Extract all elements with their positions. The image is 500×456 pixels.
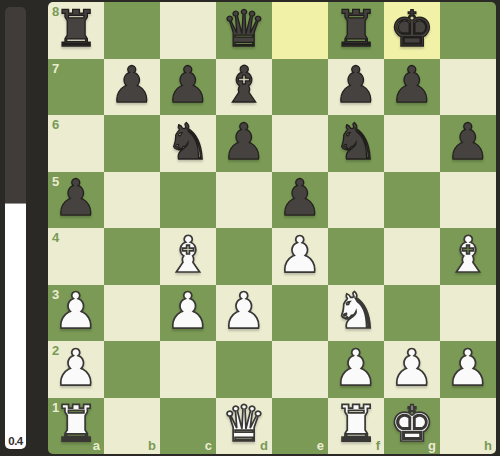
square-a4[interactable]: 4 <box>48 228 104 285</box>
square-a2[interactable]: 2♟ <box>48 341 104 398</box>
white-pawn[interactable]: ♟ <box>166 286 211 339</box>
rank-label-7: 7 <box>52 62 59 75</box>
square-g8[interactable]: ♚ <box>384 2 440 59</box>
square-b3[interactable] <box>104 285 160 342</box>
square-g1[interactable]: g♚ <box>384 398 440 455</box>
square-h7[interactable] <box>440 59 496 116</box>
square-a5[interactable]: 5♟ <box>48 172 104 229</box>
black-pawn[interactable]: ♟ <box>166 60 211 113</box>
evaluation-bar: 0.4 <box>5 7 26 449</box>
square-c1[interactable]: c <box>160 398 216 455</box>
white-pawn[interactable]: ♟ <box>54 286 99 339</box>
square-d6[interactable]: ♟ <box>216 115 272 172</box>
square-f6[interactable]: ♞ <box>328 115 384 172</box>
black-king[interactable]: ♚ <box>390 4 435 57</box>
square-b6[interactable] <box>104 115 160 172</box>
white-king[interactable]: ♚ <box>390 399 435 452</box>
square-h4[interactable]: ♝ <box>440 228 496 285</box>
square-h3[interactable] <box>440 285 496 342</box>
square-d3[interactable]: ♟ <box>216 285 272 342</box>
square-b7[interactable]: ♟ <box>104 59 160 116</box>
square-d7[interactable]: ♝ <box>216 59 272 116</box>
black-bishop[interactable]: ♝ <box>222 60 267 113</box>
square-g7[interactable]: ♟ <box>384 59 440 116</box>
rank-label-4: 4 <box>52 231 59 244</box>
square-a7[interactable]: 7 <box>48 59 104 116</box>
black-pawn[interactable]: ♟ <box>446 117 491 170</box>
square-b2[interactable] <box>104 341 160 398</box>
white-pawn[interactable]: ♟ <box>54 343 99 396</box>
black-queen[interactable]: ♛ <box>222 4 267 57</box>
file-label-c: c <box>205 439 212 452</box>
square-f1[interactable]: f♜ <box>328 398 384 455</box>
square-e2[interactable] <box>272 341 328 398</box>
file-label-e: e <box>317 439 324 452</box>
white-queen[interactable]: ♛ <box>222 399 267 452</box>
white-rook[interactable]: ♜ <box>54 399 99 452</box>
square-a8[interactable]: 8♜ <box>48 2 104 59</box>
square-f5[interactable] <box>328 172 384 229</box>
square-d2[interactable] <box>216 341 272 398</box>
square-c6[interactable]: ♞ <box>160 115 216 172</box>
white-pawn[interactable]: ♟ <box>222 286 267 339</box>
square-e4[interactable]: ♟ <box>272 228 328 285</box>
square-h6[interactable]: ♟ <box>440 115 496 172</box>
square-d4[interactable] <box>216 228 272 285</box>
square-h2[interactable]: ♟ <box>440 341 496 398</box>
white-pawn[interactable]: ♟ <box>278 230 323 283</box>
square-h8[interactable] <box>440 2 496 59</box>
square-f2[interactable]: ♟ <box>328 341 384 398</box>
square-e7[interactable] <box>272 59 328 116</box>
black-knight[interactable]: ♞ <box>334 117 379 170</box>
square-c7[interactable]: ♟ <box>160 59 216 116</box>
black-pawn[interactable]: ♟ <box>54 173 99 226</box>
square-b5[interactable] <box>104 172 160 229</box>
white-pawn[interactable]: ♟ <box>334 343 379 396</box>
chess-board: 8♜♛♜♚7♟♟♝♟♟6♞♟♞♟5♟♟4♝♟♝3♟♟♟♞2♟♟♟♟1a♜bcd♛… <box>48 2 496 454</box>
square-b4[interactable] <box>104 228 160 285</box>
square-a1[interactable]: 1a♜ <box>48 398 104 455</box>
white-pawn[interactable]: ♟ <box>446 343 491 396</box>
square-h5[interactable] <box>440 172 496 229</box>
square-e3[interactable] <box>272 285 328 342</box>
white-pawn[interactable]: ♟ <box>390 343 435 396</box>
square-g2[interactable]: ♟ <box>384 341 440 398</box>
file-label-h: h <box>484 439 492 452</box>
square-f7[interactable]: ♟ <box>328 59 384 116</box>
black-pawn[interactable]: ♟ <box>110 60 155 113</box>
square-c4[interactable]: ♝ <box>160 228 216 285</box>
square-f3[interactable]: ♞ <box>328 285 384 342</box>
rank-label-6: 6 <box>52 118 59 131</box>
square-e6[interactable] <box>272 115 328 172</box>
square-f4[interactable] <box>328 228 384 285</box>
black-rook[interactable]: ♜ <box>54 4 99 57</box>
square-a3[interactable]: 3♟ <box>48 285 104 342</box>
black-pawn[interactable]: ♟ <box>278 173 323 226</box>
square-e8[interactable] <box>272 2 328 59</box>
white-bishop[interactable]: ♝ <box>166 230 211 283</box>
square-g5[interactable] <box>384 172 440 229</box>
black-knight[interactable]: ♞ <box>166 117 211 170</box>
file-label-b: b <box>148 439 156 452</box>
white-bishop[interactable]: ♝ <box>446 230 491 283</box>
square-h1[interactable]: h <box>440 398 496 455</box>
black-pawn[interactable]: ♟ <box>334 60 379 113</box>
square-g6[interactable] <box>384 115 440 172</box>
white-knight[interactable]: ♞ <box>334 286 379 339</box>
square-g4[interactable] <box>384 228 440 285</box>
square-e5[interactable]: ♟ <box>272 172 328 229</box>
square-d8[interactable]: ♛ <box>216 2 272 59</box>
square-g3[interactable] <box>384 285 440 342</box>
square-c2[interactable] <box>160 341 216 398</box>
square-b1[interactable]: b <box>104 398 160 455</box>
square-c8[interactable] <box>160 2 216 59</box>
square-c5[interactable] <box>160 172 216 229</box>
square-e1[interactable]: e <box>272 398 328 455</box>
evaluation-bar-white-fill: 0.4 <box>5 203 26 449</box>
square-d5[interactable] <box>216 172 272 229</box>
white-rook[interactable]: ♜ <box>334 399 379 452</box>
evaluation-score: 0.4 <box>5 435 26 447</box>
black-rook[interactable]: ♜ <box>334 4 379 57</box>
black-pawn[interactable]: ♟ <box>222 117 267 170</box>
square-f8[interactable]: ♜ <box>328 2 384 59</box>
square-a6[interactable]: 6 <box>48 115 104 172</box>
square-c3[interactable]: ♟ <box>160 285 216 342</box>
square-b8[interactable] <box>104 2 160 59</box>
square-d1[interactable]: d♛ <box>216 398 272 455</box>
black-pawn[interactable]: ♟ <box>390 60 435 113</box>
